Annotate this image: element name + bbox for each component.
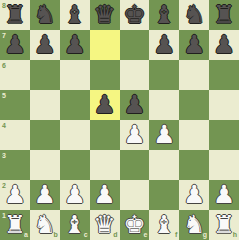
white-knight[interactable]: ♞ (183, 212, 205, 237)
square-h7[interactable]: ♟ (209, 30, 239, 60)
square-d6[interactable] (90, 60, 120, 90)
square-a5[interactable]: 5 (0, 90, 30, 120)
square-g8[interactable]: ♞ (179, 0, 209, 30)
square-f1[interactable]: f♝ (149, 210, 179, 240)
square-b2[interactable]: ♟ (30, 180, 60, 210)
square-c6[interactable] (60, 60, 90, 90)
black-rook[interactable]: ♜ (213, 2, 235, 27)
square-c7[interactable]: ♟ (60, 30, 90, 60)
square-h8[interactable]: ♜ (209, 0, 239, 30)
square-a4[interactable]: 4 (0, 120, 30, 150)
square-c3[interactable] (60, 150, 90, 180)
square-g2[interactable]: ♟ (179, 180, 209, 210)
black-pawn[interactable]: ♟ (63, 32, 85, 57)
square-d2[interactable]: ♟ (90, 180, 120, 210)
square-a2[interactable]: 2♟ (0, 180, 30, 210)
square-e4[interactable]: ♟ (120, 120, 150, 150)
black-bishop[interactable]: ♝ (63, 2, 85, 27)
square-d1[interactable]: d♛ (90, 210, 120, 240)
white-pawn[interactable]: ♟ (153, 122, 175, 147)
white-pawn[interactable]: ♟ (63, 182, 85, 207)
square-h2[interactable]: ♟ (209, 180, 239, 210)
rank-label-3: 3 (2, 152, 6, 159)
square-h6[interactable] (209, 60, 239, 90)
square-c5[interactable] (60, 90, 90, 120)
square-f8[interactable]: ♝ (149, 0, 179, 30)
square-e3[interactable] (120, 150, 150, 180)
square-f2[interactable] (149, 180, 179, 210)
square-g4[interactable] (179, 120, 209, 150)
square-e8[interactable]: ♚ (120, 0, 150, 30)
square-h4[interactable] (209, 120, 239, 150)
square-f5[interactable] (149, 90, 179, 120)
square-f4[interactable]: ♟ (149, 120, 179, 150)
square-h5[interactable] (209, 90, 239, 120)
square-e7[interactable] (120, 30, 150, 60)
square-a1[interactable]: 1a♜ (0, 210, 30, 240)
square-g7[interactable]: ♟ (179, 30, 209, 60)
square-b7[interactable]: ♟ (30, 30, 60, 60)
white-pawn[interactable]: ♟ (93, 182, 115, 207)
black-pawn[interactable]: ♟ (4, 32, 26, 57)
chess-board: 8♜♞♝♛♚♝♞♜7♟♟♟♟♟♟65♟♟4♟♟32♟♟♟♟♟♟1a♜b♞c♝d♛… (0, 0, 239, 240)
black-bishop[interactable]: ♝ (153, 2, 175, 27)
square-e6[interactable] (120, 60, 150, 90)
white-bishop[interactable]: ♝ (153, 212, 175, 237)
square-b1[interactable]: b♞ (30, 210, 60, 240)
rank-label-6: 6 (2, 62, 6, 69)
rank-label-5: 5 (2, 92, 6, 99)
rank-label-4: 4 (2, 122, 6, 129)
white-pawn[interactable]: ♟ (123, 122, 145, 147)
black-pawn[interactable]: ♟ (183, 32, 205, 57)
black-knight[interactable]: ♞ (183, 2, 205, 27)
white-rook[interactable]: ♜ (4, 212, 26, 237)
square-b4[interactable] (30, 120, 60, 150)
black-pawn[interactable]: ♟ (153, 32, 175, 57)
white-pawn[interactable]: ♟ (4, 182, 26, 207)
square-d5[interactable]: ♟ (90, 90, 120, 120)
white-knight[interactable]: ♞ (34, 212, 56, 237)
black-queen[interactable]: ♛ (93, 2, 115, 27)
square-d8[interactable]: ♛ (90, 0, 120, 30)
black-pawn[interactable]: ♟ (93, 92, 115, 117)
square-h1[interactable]: h♜ (209, 210, 239, 240)
square-c4[interactable] (60, 120, 90, 150)
black-pawn[interactable]: ♟ (34, 32, 56, 57)
square-a8[interactable]: 8♜ (0, 0, 30, 30)
square-f3[interactable] (149, 150, 179, 180)
square-d3[interactable] (90, 150, 120, 180)
black-pawn[interactable]: ♟ (123, 92, 145, 117)
square-a6[interactable]: 6 (0, 60, 30, 90)
square-d7[interactable] (90, 30, 120, 60)
white-rook[interactable]: ♜ (213, 212, 235, 237)
square-f7[interactable]: ♟ (149, 30, 179, 60)
square-b5[interactable] (30, 90, 60, 120)
square-b8[interactable]: ♞ (30, 0, 60, 30)
black-pawn[interactable]: ♟ (213, 32, 235, 57)
white-pawn[interactable]: ♟ (183, 182, 205, 207)
black-knight[interactable]: ♞ (34, 2, 56, 27)
square-g1[interactable]: g♞ (179, 210, 209, 240)
white-bishop[interactable]: ♝ (63, 212, 85, 237)
square-g6[interactable] (179, 60, 209, 90)
square-d4[interactable] (90, 120, 120, 150)
square-a7[interactable]: 7♟ (0, 30, 30, 60)
square-e1[interactable]: e♚ (120, 210, 150, 240)
white-pawn[interactable]: ♟ (213, 182, 235, 207)
black-rook[interactable]: ♜ (4, 2, 26, 27)
square-c1[interactable]: c♝ (60, 210, 90, 240)
square-b6[interactable] (30, 60, 60, 90)
square-f6[interactable] (149, 60, 179, 90)
square-g5[interactable] (179, 90, 209, 120)
white-queen[interactable]: ♛ (93, 212, 115, 237)
square-c2[interactable]: ♟ (60, 180, 90, 210)
square-e5[interactable]: ♟ (120, 90, 150, 120)
square-a3[interactable]: 3 (0, 150, 30, 180)
square-b3[interactable] (30, 150, 60, 180)
square-h3[interactable] (209, 150, 239, 180)
square-g3[interactable] (179, 150, 209, 180)
black-king[interactable]: ♚ (123, 2, 145, 27)
white-pawn[interactable]: ♟ (34, 182, 56, 207)
square-e2[interactable] (120, 180, 150, 210)
square-c8[interactable]: ♝ (60, 0, 90, 30)
white-king[interactable]: ♚ (123, 212, 145, 237)
